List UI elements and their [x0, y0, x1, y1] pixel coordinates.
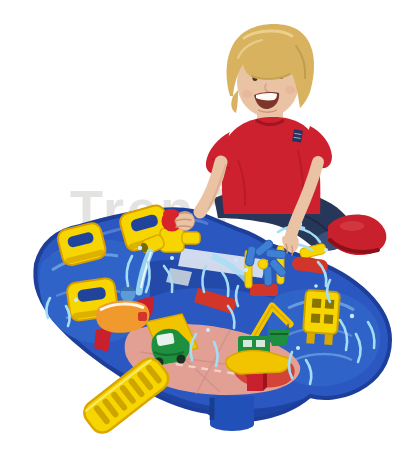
blush-left	[242, 90, 252, 98]
photo-illustration: Trend ♥	[0, 0, 399, 450]
sleeve-label	[292, 129, 303, 142]
blush-right	[285, 86, 295, 94]
photo-canvas: Trend ♥	[0, 0, 399, 450]
pump-knob-top	[163, 209, 179, 219]
support-leg-cup	[210, 396, 254, 431]
